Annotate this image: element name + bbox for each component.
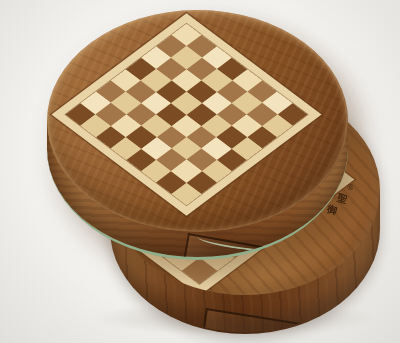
top-box-face [47,10,348,232]
top-board-grid [66,24,308,205]
top-chessboard [51,13,321,216]
top-box [47,10,348,260]
bottom-box-drawer [200,308,301,334]
product-photo-scene: ® 聖 御 [0,0,400,343]
